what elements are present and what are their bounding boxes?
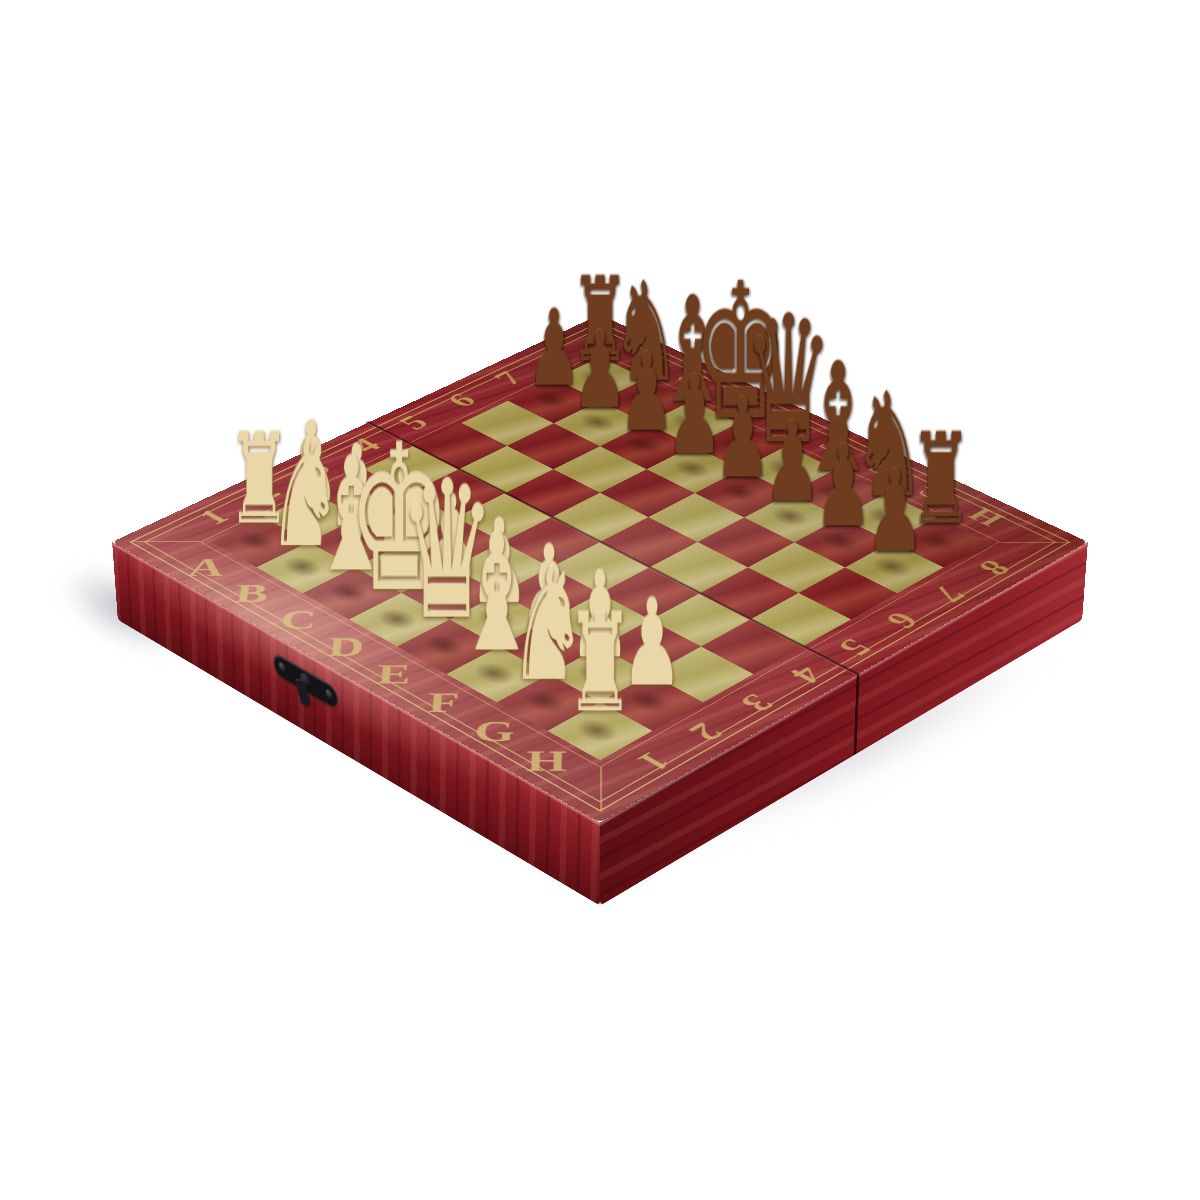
rank-label-east-8: 8: [971, 556, 1017, 579]
photo-scene: AA11BB22CC33DD44EE55FF66GG77HH88 ♜♞♝♚♛♝♞…: [0, 0, 1200, 1200]
corner-mitre: [129, 541, 201, 542]
file-label-south-c: C: [279, 607, 318, 633]
chess-board[interactable]: AA11BB22CC33DD44EE55FF66GG77HH88 ♜♞♝♚♛♝♞…: [112, 314, 1088, 822]
piece-white-rook-h1-glyph: ♜: [566, 596, 635, 731]
rank-label-east-7: 7: [926, 582, 973, 606]
file-label-south-b: B: [234, 581, 270, 607]
file-label-south-d: D: [326, 633, 365, 660]
rank-label-east-6: 6: [879, 608, 926, 632]
file-label-south-g: G: [474, 717, 515, 746]
screw-icon: [325, 688, 332, 701]
file-label-south-h: H: [526, 746, 567, 775]
file-label-south-f: F: [427, 689, 460, 717]
corner-mitre: [600, 767, 602, 812]
file-label-south-a: A: [187, 555, 226, 580]
file-label-south-e: E: [376, 661, 412, 689]
corner-mitre: [999, 542, 1071, 543]
rank-label-east-5: 5: [831, 635, 878, 660]
piece-black-pawn-h7-glyph: ♟: [866, 454, 924, 567]
rank-label-east-3: 3: [733, 690, 781, 716]
screw-icon: [278, 661, 285, 674]
rank-label-west-7: 7: [488, 368, 529, 388]
rank-label-east-4: 4: [783, 662, 831, 688]
fold-seam-side: [854, 673, 860, 755]
chess-box: AA11BB22CC33DD44EE55FF66GG77HH88 ♜♞♝♚♛♝♞…: [112, 314, 1088, 822]
rank-label-east-1: 1: [630, 748, 679, 775]
board-space: AA11BB22CC33DD44EE55FF66GG77HH88 ♜♞♝♚♛♝♞…: [0, 0, 1200, 1200]
rank-label-east-2: 2: [682, 718, 730, 745]
